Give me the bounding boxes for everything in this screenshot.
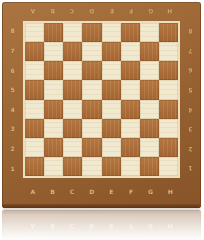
square-a4 bbox=[25, 100, 44, 119]
file-label: C bbox=[62, 178, 82, 204]
file-labels-top: ABCDEFGH bbox=[23, 2, 180, 21]
rank-label: 6 bbox=[2, 60, 23, 80]
file-label: C bbox=[62, 2, 82, 21]
file-label: H bbox=[160, 2, 180, 21]
rank-label: 6 bbox=[180, 60, 201, 80]
square-g1 bbox=[140, 157, 159, 176]
file-label: A bbox=[23, 2, 43, 21]
squares-grid bbox=[25, 23, 178, 176]
square-g3 bbox=[140, 119, 159, 138]
file-label: B bbox=[43, 178, 63, 204]
file-label: D bbox=[82, 178, 102, 204]
square-c6 bbox=[63, 61, 82, 80]
square-c4 bbox=[63, 100, 82, 119]
square-c5 bbox=[63, 80, 82, 99]
square-a1 bbox=[25, 157, 44, 176]
square-e2 bbox=[102, 138, 121, 157]
file-labels-bottom: ABCDEFGH bbox=[23, 178, 180, 204]
square-e6 bbox=[102, 61, 121, 80]
square-d4 bbox=[82, 100, 101, 119]
rank-label: 8 bbox=[180, 21, 201, 41]
square-a5 bbox=[25, 80, 44, 99]
reflection-flip: ABCDEFGH 87654321 87654321 ABCDEFGH bbox=[2, 210, 201, 240]
square-b6 bbox=[44, 61, 63, 80]
rank-labels-right: 87654321 bbox=[180, 21, 201, 178]
file-label: E bbox=[102, 2, 122, 21]
square-c1 bbox=[63, 157, 82, 176]
square-h2 bbox=[159, 138, 178, 157]
square-e4 bbox=[102, 100, 121, 119]
square-f2 bbox=[121, 138, 140, 157]
chess-board: ABCDEFGH 87654321 87654321 ABCDEFGH bbox=[2, 2, 201, 208]
square-g7 bbox=[140, 42, 159, 61]
square-f7 bbox=[121, 42, 140, 61]
file-label: G bbox=[141, 178, 161, 204]
reflection-fade bbox=[2, 210, 201, 240]
square-f4 bbox=[121, 100, 140, 119]
square-a2 bbox=[25, 138, 44, 157]
square-f3 bbox=[121, 119, 140, 138]
square-h4 bbox=[159, 100, 178, 119]
file-label: A bbox=[23, 178, 43, 204]
rank-label: 1 bbox=[180, 158, 201, 178]
square-h5 bbox=[159, 80, 178, 99]
rank-label: 5 bbox=[180, 80, 201, 100]
playing-field bbox=[23, 21, 180, 178]
file-label: B bbox=[43, 2, 63, 21]
square-h6 bbox=[159, 61, 178, 80]
square-e1 bbox=[102, 157, 121, 176]
file-label: H bbox=[160, 178, 180, 204]
square-d3 bbox=[82, 119, 101, 138]
reflection-board-image: ABCDEFGH 87654321 87654321 ABCDEFGH bbox=[2, 210, 201, 240]
square-f8 bbox=[121, 23, 140, 42]
square-h1 bbox=[159, 157, 178, 176]
file-label: G bbox=[141, 2, 161, 21]
square-g6 bbox=[140, 61, 159, 80]
square-c7 bbox=[63, 42, 82, 61]
square-c3 bbox=[63, 119, 82, 138]
rank-label: 4 bbox=[2, 100, 23, 120]
rank-label: 3 bbox=[180, 119, 201, 139]
rank-label: 7 bbox=[180, 41, 201, 61]
square-d6 bbox=[82, 61, 101, 80]
square-d7 bbox=[82, 42, 101, 61]
rank-label: 7 bbox=[2, 41, 23, 61]
square-b2 bbox=[44, 138, 63, 157]
square-a6 bbox=[25, 61, 44, 80]
square-b3 bbox=[44, 119, 63, 138]
rank-label: 5 bbox=[2, 80, 23, 100]
square-h3 bbox=[159, 119, 178, 138]
rank-label: 3 bbox=[2, 119, 23, 139]
square-e5 bbox=[102, 80, 121, 99]
product-photo: ABCDEFGH 87654321 87654321 ABCDEFGH ABCD… bbox=[0, 0, 204, 240]
rank-label: 2 bbox=[180, 139, 201, 159]
square-b4 bbox=[44, 100, 63, 119]
rank-label: 1 bbox=[2, 158, 23, 178]
file-label: D bbox=[82, 2, 102, 21]
square-c8 bbox=[63, 23, 82, 42]
board-reflection: ABCDEFGH 87654321 87654321 ABCDEFGH bbox=[2, 210, 201, 240]
square-e8 bbox=[102, 23, 121, 42]
square-g2 bbox=[140, 138, 159, 157]
square-d8 bbox=[82, 23, 101, 42]
square-f1 bbox=[121, 157, 140, 176]
square-b7 bbox=[44, 42, 63, 61]
file-label: E bbox=[102, 178, 122, 204]
square-f6 bbox=[121, 61, 140, 80]
square-d2 bbox=[82, 138, 101, 157]
rank-label: 4 bbox=[180, 100, 201, 120]
square-b5 bbox=[44, 80, 63, 99]
square-a8 bbox=[25, 23, 44, 42]
square-a7 bbox=[25, 42, 44, 61]
square-c2 bbox=[63, 138, 82, 157]
square-e3 bbox=[102, 119, 121, 138]
square-d5 bbox=[82, 80, 101, 99]
square-g4 bbox=[140, 100, 159, 119]
square-f5 bbox=[121, 80, 140, 99]
square-e7 bbox=[102, 42, 121, 61]
file-label: F bbox=[121, 2, 141, 21]
square-a3 bbox=[25, 119, 44, 138]
rank-label: 8 bbox=[2, 21, 23, 41]
file-label: F bbox=[121, 178, 141, 204]
square-h7 bbox=[159, 42, 178, 61]
square-b1 bbox=[44, 157, 63, 176]
square-g8 bbox=[140, 23, 159, 42]
rank-label: 2 bbox=[2, 139, 23, 159]
board-contact-shadow bbox=[3, 208, 200, 210]
square-d1 bbox=[82, 157, 101, 176]
square-h8 bbox=[159, 23, 178, 42]
rank-labels-left: 87654321 bbox=[2, 21, 23, 178]
square-g5 bbox=[140, 80, 159, 99]
square-b8 bbox=[44, 23, 63, 42]
